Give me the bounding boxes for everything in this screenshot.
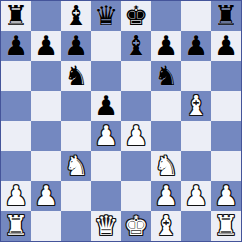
square-a2[interactable]: ♟ bbox=[1, 181, 31, 211]
white-bishop-icon: ♝ bbox=[184, 91, 208, 121]
square-h4[interactable] bbox=[211, 121, 241, 151]
white-rook-icon: ♜ bbox=[214, 211, 238, 241]
black-bishop-icon: ♝ bbox=[124, 31, 148, 61]
black-knight-icon: ♞ bbox=[64, 61, 88, 91]
square-f1[interactable]: ♝ bbox=[151, 211, 181, 241]
black-bishop-icon: ♝ bbox=[64, 1, 88, 31]
square-a4[interactable] bbox=[1, 121, 31, 151]
square-g3[interactable] bbox=[181, 151, 211, 181]
white-pawn-icon: ♟ bbox=[34, 181, 58, 211]
square-c8[interactable]: ♝ bbox=[61, 1, 91, 31]
square-d1[interactable]: ♛ bbox=[91, 211, 121, 241]
square-e3[interactable] bbox=[121, 151, 151, 181]
square-c7[interactable]: ♟ bbox=[61, 31, 91, 61]
square-b8[interactable] bbox=[31, 1, 61, 31]
square-f6[interactable]: ♞ bbox=[151, 61, 181, 91]
square-d6[interactable] bbox=[91, 61, 121, 91]
square-c5[interactable] bbox=[61, 91, 91, 121]
white-pawn-icon: ♟ bbox=[214, 181, 238, 211]
square-h2[interactable]: ♟ bbox=[211, 181, 241, 211]
black-king-icon: ♚ bbox=[124, 1, 148, 31]
square-a7[interactable]: ♟ bbox=[1, 31, 31, 61]
square-g1[interactable] bbox=[181, 211, 211, 241]
square-e5[interactable] bbox=[121, 91, 151, 121]
white-king-icon: ♚ bbox=[124, 211, 148, 241]
square-f4[interactable] bbox=[151, 121, 181, 151]
square-d7[interactable] bbox=[91, 31, 121, 61]
square-a5[interactable] bbox=[1, 91, 31, 121]
square-d8[interactable]: ♛ bbox=[91, 1, 121, 31]
black-pawn-icon: ♟ bbox=[94, 91, 118, 121]
white-knight-icon: ♞ bbox=[64, 151, 88, 181]
square-e7[interactable]: ♝ bbox=[121, 31, 151, 61]
square-e4[interactable]: ♟ bbox=[121, 121, 151, 151]
white-rook-icon: ♜ bbox=[4, 211, 28, 241]
square-b7[interactable]: ♟ bbox=[31, 31, 61, 61]
square-b2[interactable]: ♟ bbox=[31, 181, 61, 211]
square-h1[interactable]: ♜ bbox=[211, 211, 241, 241]
square-f7[interactable]: ♟ bbox=[151, 31, 181, 61]
white-pawn-icon: ♟ bbox=[124, 121, 148, 151]
square-g7[interactable]: ♟ bbox=[181, 31, 211, 61]
square-f2[interactable]: ♟ bbox=[151, 181, 181, 211]
square-f3[interactable]: ♞ bbox=[151, 151, 181, 181]
square-c4[interactable] bbox=[61, 121, 91, 151]
white-pawn-icon: ♟ bbox=[4, 181, 28, 211]
square-b6[interactable] bbox=[31, 61, 61, 91]
square-g8[interactable] bbox=[181, 1, 211, 31]
white-pawn-icon: ♟ bbox=[184, 181, 208, 211]
square-f8[interactable] bbox=[151, 1, 181, 31]
square-h5[interactable] bbox=[211, 91, 241, 121]
square-b1[interactable] bbox=[31, 211, 61, 241]
square-d3[interactable] bbox=[91, 151, 121, 181]
square-a3[interactable] bbox=[1, 151, 31, 181]
white-pawn-icon: ♟ bbox=[154, 181, 178, 211]
square-b5[interactable] bbox=[31, 91, 61, 121]
white-pawn-icon: ♟ bbox=[94, 121, 118, 151]
square-g2[interactable]: ♟ bbox=[181, 181, 211, 211]
square-c3[interactable]: ♞ bbox=[61, 151, 91, 181]
square-d2[interactable] bbox=[91, 181, 121, 211]
black-pawn-icon: ♟ bbox=[34, 31, 58, 61]
white-knight-icon: ♞ bbox=[154, 151, 178, 181]
black-knight-icon: ♞ bbox=[154, 61, 178, 91]
square-b3[interactable] bbox=[31, 151, 61, 181]
white-queen-icon: ♛ bbox=[94, 211, 118, 241]
black-pawn-icon: ♟ bbox=[64, 31, 88, 61]
black-queen-icon: ♛ bbox=[94, 1, 118, 31]
black-pawn-icon: ♟ bbox=[214, 31, 238, 61]
square-e6[interactable] bbox=[121, 61, 151, 91]
square-e1[interactable]: ♚ bbox=[121, 211, 151, 241]
black-pawn-icon: ♟ bbox=[154, 31, 178, 61]
white-bishop-icon: ♝ bbox=[154, 211, 178, 241]
square-a6[interactable] bbox=[1, 61, 31, 91]
square-h6[interactable] bbox=[211, 61, 241, 91]
square-d4[interactable]: ♟ bbox=[91, 121, 121, 151]
square-g5[interactable]: ♝ bbox=[181, 91, 211, 121]
square-a1[interactable]: ♜ bbox=[1, 211, 31, 241]
square-b4[interactable] bbox=[31, 121, 61, 151]
square-c1[interactable] bbox=[61, 211, 91, 241]
square-h3[interactable] bbox=[211, 151, 241, 181]
black-pawn-icon: ♟ bbox=[4, 31, 28, 61]
square-e8[interactable]: ♚ bbox=[121, 1, 151, 31]
square-f5[interactable] bbox=[151, 91, 181, 121]
square-g4[interactable] bbox=[181, 121, 211, 151]
square-h7[interactable]: ♟ bbox=[211, 31, 241, 61]
black-pawn-icon: ♟ bbox=[184, 31, 208, 61]
black-rook-icon: ♜ bbox=[4, 1, 28, 31]
square-a8[interactable]: ♜ bbox=[1, 1, 31, 31]
square-g6[interactable] bbox=[181, 61, 211, 91]
square-d5[interactable]: ♟ bbox=[91, 91, 121, 121]
black-rook-icon: ♜ bbox=[214, 1, 238, 31]
chess-board: ♜♝♛♚♜♟♟♟♝♟♟♟♞♞♟♝♟♟♞♞♟♟♟♟♟♜♛♚♝♜ bbox=[0, 0, 242, 242]
square-c6[interactable]: ♞ bbox=[61, 61, 91, 91]
square-h8[interactable]: ♜ bbox=[211, 1, 241, 31]
square-c2[interactable] bbox=[61, 181, 91, 211]
square-e2[interactable] bbox=[121, 181, 151, 211]
